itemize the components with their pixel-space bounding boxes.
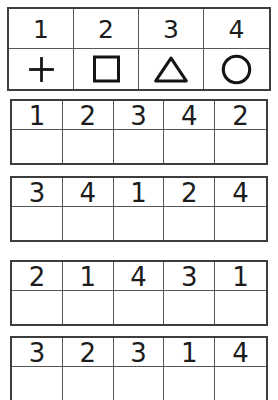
number-cell: 1 [12, 101, 63, 130]
number-cell: 4 [164, 101, 215, 130]
answer-cell[interactable] [164, 207, 215, 240]
answer-cell[interactable] [12, 291, 63, 324]
task-number: 2 [181, 178, 198, 206]
task-number: 3 [181, 262, 198, 290]
key-shape-cell [204, 49, 269, 89]
task-number: 2 [232, 101, 249, 129]
number-cell: 1 [63, 262, 114, 291]
number-cell: 4 [215, 178, 266, 207]
number-cell: 2 [63, 338, 114, 367]
task-number: 1 [29, 101, 46, 129]
key-number: 1 [33, 15, 49, 42]
plus-icon [26, 54, 57, 85]
answer-cell[interactable] [114, 291, 165, 324]
key-number-cell: 4 [204, 9, 269, 49]
task-number: 3 [29, 178, 46, 206]
answer-cell[interactable] [114, 367, 165, 400]
answer-cell[interactable] [164, 367, 215, 400]
answer-cell[interactable] [215, 367, 266, 400]
number-cell: 1 [114, 178, 165, 207]
answer-cell[interactable] [215, 130, 266, 163]
answer-cell[interactable] [215, 291, 266, 324]
triangle-icon [152, 55, 190, 84]
task-number: 2 [79, 101, 96, 129]
task-number: 3 [29, 338, 46, 366]
task-number: 4 [130, 262, 147, 290]
number-cell: 2 [164, 178, 215, 207]
key-number: 3 [163, 15, 179, 42]
number-cell: 3 [12, 338, 63, 367]
number-cell: 4 [114, 262, 165, 291]
task-number: 4 [79, 178, 96, 206]
task-table-4: 3 2 3 1 4 [10, 336, 268, 400]
task-table-3: 2 1 4 3 1 [10, 260, 268, 326]
key-number: 2 [98, 15, 114, 42]
answer-cell[interactable] [12, 367, 63, 400]
number-cell: 4 [215, 338, 266, 367]
task-number: 4 [181, 101, 198, 129]
task-number: 2 [79, 338, 96, 366]
task-number: 3 [130, 101, 147, 129]
key-number: 4 [229, 15, 245, 42]
number-cell: 3 [114, 338, 165, 367]
number-cell: 4 [63, 178, 114, 207]
number-cell: 3 [12, 178, 63, 207]
number-cell: 3 [114, 101, 165, 130]
answer-cell[interactable] [63, 291, 114, 324]
answer-cell[interactable] [164, 130, 215, 163]
answer-cell[interactable] [63, 367, 114, 400]
key-shape-cell [74, 49, 139, 89]
worksheet-page: 1 2 3 4 1 2 3 4 [0, 0, 278, 400]
key-number-cell: 1 [9, 9, 74, 49]
answer-cell[interactable] [12, 130, 63, 163]
number-cell: 1 [215, 262, 266, 291]
answer-cell[interactable] [114, 130, 165, 163]
key-number-cell: 2 [74, 9, 139, 49]
key-number-cell: 3 [139, 9, 204, 49]
answer-cell[interactable] [63, 130, 114, 163]
number-cell: 2 [215, 101, 266, 130]
circle-icon [220, 53, 253, 86]
task-table-1: 1 2 3 4 2 [10, 99, 268, 165]
task-number: 3 [130, 338, 147, 366]
number-cell: 1 [164, 338, 215, 367]
key-shape-cell [139, 49, 204, 89]
square-icon [91, 54, 122, 84]
task-number: 2 [29, 262, 46, 290]
answer-cell[interactable] [164, 291, 215, 324]
key-table: 1 2 3 4 [7, 7, 271, 91]
task-number: 1 [232, 262, 249, 290]
number-cell: 2 [63, 101, 114, 130]
task-table-2: 3 4 1 2 4 [10, 176, 268, 242]
answer-cell[interactable] [12, 207, 63, 240]
task-number: 4 [232, 338, 249, 366]
answer-cell[interactable] [215, 207, 266, 240]
answer-cell[interactable] [114, 207, 165, 240]
answer-cell[interactable] [63, 207, 114, 240]
number-cell: 3 [164, 262, 215, 291]
task-number: 1 [130, 178, 147, 206]
task-number: 4 [232, 178, 249, 206]
task-number: 1 [181, 338, 198, 366]
task-number: 1 [79, 262, 96, 290]
key-shape-cell [9, 49, 74, 89]
number-cell: 2 [12, 262, 63, 291]
